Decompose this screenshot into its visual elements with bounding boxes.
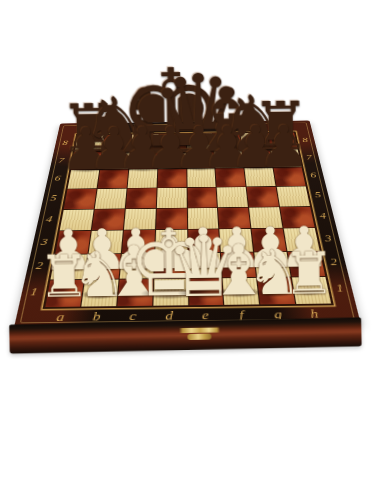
square-g5[interactable] (247, 187, 279, 207)
square-h5[interactable] (277, 186, 310, 206)
scene: abcdefgh abcdefgh 12345678 12345678 ♜♞♝♚… (0, 0, 375, 500)
square-e5[interactable] (187, 187, 217, 207)
square-c5[interactable] (126, 188, 157, 208)
piece-black-pawn-h7[interactable]: ♟ (255, 118, 314, 177)
square-d5[interactable] (156, 188, 186, 208)
clasp-ornament-icon (175, 326, 223, 341)
rank-label-5: 5 (42, 188, 65, 209)
pieces-layer: ♜♞♝♚♛♝♞♜♟♟♟♟♟♟♟♟♟♟♟♟♟♟♟♟♜♞♝♚♛♝♞♜ (0, 0, 375, 500)
box-front-side (9, 317, 362, 353)
piece-white-rook-h1[interactable]: ♜ (280, 244, 339, 303)
chess-set-photo: abcdefgh abcdefgh 12345678 12345678 ♜♞♝♚… (0, 0, 375, 500)
square-b5[interactable] (95, 188, 127, 208)
square-f5[interactable] (217, 187, 248, 207)
square-a5[interactable] (64, 189, 97, 209)
